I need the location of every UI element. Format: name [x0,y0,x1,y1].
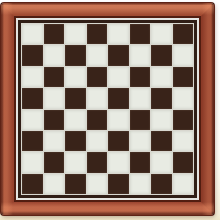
square-h2[interactable] [173,152,194,172]
square-e3[interactable] [108,131,129,151]
square-g3[interactable] [151,131,172,151]
frame-gloss-bottom [1,200,214,215]
board-silver-trim [16,18,199,200]
square-h6[interactable] [173,67,194,87]
square-d2[interactable] [87,152,108,172]
photo-background [0,0,220,220]
chessboard-frame [1,3,214,215]
square-b8[interactable] [44,24,65,44]
square-g5[interactable] [151,88,172,108]
square-e8[interactable] [108,24,129,44]
square-e1[interactable] [108,174,129,194]
square-e2[interactable] [108,152,129,172]
square-c1[interactable] [65,174,86,194]
square-d5[interactable] [87,88,108,108]
square-f4[interactable] [130,110,151,130]
square-e7[interactable] [108,45,129,65]
square-c7[interactable] [65,45,86,65]
square-a7[interactable] [22,45,43,65]
square-c8[interactable] [65,24,86,44]
square-c5[interactable] [65,88,86,108]
square-d8[interactable] [87,24,108,44]
square-a3[interactable] [22,131,43,151]
square-h3[interactable] [173,131,194,151]
square-d6[interactable] [87,67,108,87]
square-c4[interactable] [65,110,86,130]
square-a5[interactable] [22,88,43,108]
square-b1[interactable] [44,174,65,194]
frame-gloss-left [1,3,16,215]
square-g8[interactable] [151,24,172,44]
square-d1[interactable] [87,174,108,194]
board-grid [21,23,194,195]
square-a4[interactable] [22,110,43,130]
square-e5[interactable] [108,88,129,108]
square-b4[interactable] [44,110,65,130]
square-h4[interactable] [173,110,194,130]
frame-gloss-right [199,3,214,215]
square-a2[interactable] [22,152,43,172]
square-f1[interactable] [130,174,151,194]
square-c2[interactable] [65,152,86,172]
square-b7[interactable] [44,45,65,65]
square-e4[interactable] [108,110,129,130]
square-g7[interactable] [151,45,172,65]
square-e6[interactable] [108,67,129,87]
square-b3[interactable] [44,131,65,151]
square-f6[interactable] [130,67,151,87]
square-f8[interactable] [130,24,151,44]
square-g1[interactable] [151,174,172,194]
square-a6[interactable] [22,67,43,87]
square-f7[interactable] [130,45,151,65]
square-g2[interactable] [151,152,172,172]
square-d7[interactable] [87,45,108,65]
square-h7[interactable] [173,45,194,65]
square-a8[interactable] [22,24,43,44]
square-g6[interactable] [151,67,172,87]
square-f2[interactable] [130,152,151,172]
square-h1[interactable] [173,174,194,194]
square-b2[interactable] [44,152,65,172]
square-c3[interactable] [65,131,86,151]
square-b6[interactable] [44,67,65,87]
square-a1[interactable] [22,174,43,194]
square-f5[interactable] [130,88,151,108]
square-c6[interactable] [65,67,86,87]
frame-gloss-top [1,3,214,18]
square-d3[interactable] [87,131,108,151]
square-f3[interactable] [130,131,151,151]
square-g4[interactable] [151,110,172,130]
square-b5[interactable] [44,88,65,108]
square-h5[interactable] [173,88,194,108]
square-h8[interactable] [173,24,194,44]
square-d4[interactable] [87,110,108,130]
